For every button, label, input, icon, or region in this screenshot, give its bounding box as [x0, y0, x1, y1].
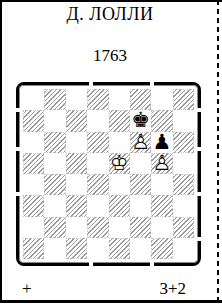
- square-a1[interactable]: [23, 238, 44, 259]
- square-d8[interactable]: [87, 89, 108, 110]
- square-e5[interactable]: ♚♔: [109, 153, 130, 174]
- square-g4[interactable]: [151, 174, 172, 195]
- square-d7[interactable]: [87, 110, 108, 131]
- border-notch: [150, 82, 154, 86]
- square-b2[interactable]: [44, 217, 65, 238]
- square-e1[interactable]: [109, 238, 130, 259]
- square-h1[interactable]: [173, 238, 194, 259]
- border-notch: [89, 262, 93, 266]
- border-notch: [16, 192, 20, 196]
- square-e7[interactable]: [109, 110, 130, 131]
- square-b3[interactable]: [44, 195, 65, 216]
- page-border-top: [0, 0, 222, 2]
- square-h2[interactable]: [173, 217, 194, 238]
- square-b7[interactable]: [44, 110, 65, 131]
- stipulation-white-wins: +: [22, 279, 32, 299]
- square-h8[interactable]: [173, 89, 194, 110]
- square-f5[interactable]: [130, 153, 151, 174]
- square-d4[interactable]: [87, 174, 108, 195]
- border-notch: [89, 82, 93, 86]
- square-d6[interactable]: [87, 132, 108, 153]
- square-c5[interactable]: [66, 153, 87, 174]
- border-notch: [197, 108, 201, 112]
- author-title: Д. ЛОЛЛИ: [0, 4, 220, 25]
- square-h7[interactable]: [173, 110, 194, 131]
- square-b6[interactable]: [44, 132, 65, 153]
- study-card: Д. ЛОЛЛИ 1763 ♚♟♙♟♚♔♟♙ + 3+2: [0, 0, 222, 305]
- square-h3[interactable]: [173, 195, 194, 216]
- piece-glyph: ♟: [153, 132, 172, 153]
- square-d5[interactable]: [87, 153, 108, 174]
- square-d2[interactable]: [87, 217, 108, 238]
- square-a8[interactable]: [23, 89, 44, 110]
- square-c8[interactable]: [66, 89, 87, 110]
- border-notch: [150, 262, 154, 266]
- square-e4[interactable]: [109, 174, 130, 195]
- square-f7[interactable]: ♚: [130, 110, 151, 131]
- square-g5[interactable]: ♟♙: [151, 153, 172, 174]
- square-f2[interactable]: [130, 217, 151, 238]
- square-g2[interactable]: [151, 217, 172, 238]
- piece-glyph: ♙: [153, 153, 172, 174]
- white-king[interactable]: ♚♔: [109, 153, 130, 174]
- white-pawn[interactable]: ♟♙: [130, 132, 151, 153]
- square-f8[interactable]: [130, 89, 151, 110]
- square-g8[interactable]: [151, 89, 172, 110]
- square-a6[interactable]: [23, 132, 44, 153]
- square-c2[interactable]: [66, 217, 87, 238]
- square-c4[interactable]: [66, 174, 87, 195]
- square-g6[interactable]: ♟: [151, 132, 172, 153]
- square-c3[interactable]: [66, 195, 87, 216]
- square-a4[interactable]: [23, 174, 44, 195]
- square-c6[interactable]: [66, 132, 87, 153]
- square-b1[interactable]: [44, 238, 65, 259]
- square-d1[interactable]: [87, 238, 108, 259]
- piece-glyph: ♙: [131, 132, 150, 153]
- square-d3[interactable]: [87, 195, 108, 216]
- square-c1[interactable]: [66, 238, 87, 259]
- border-notch: [197, 237, 201, 241]
- border-notch: [16, 108, 20, 112]
- border-notch: [197, 147, 201, 151]
- square-a2[interactable]: [23, 217, 44, 238]
- square-e6[interactable]: [109, 132, 130, 153]
- square-f4[interactable]: [130, 174, 151, 195]
- square-f6[interactable]: ♟♙: [130, 132, 151, 153]
- square-g7[interactable]: [151, 110, 172, 131]
- material-count: 3+2: [159, 279, 186, 299]
- square-b5[interactable]: [44, 153, 65, 174]
- square-e8[interactable]: [109, 89, 130, 110]
- black-pawn[interactable]: ♟: [151, 132, 172, 153]
- square-b8[interactable]: [44, 89, 65, 110]
- chessboard[interactable]: ♚♟♙♟♚♔♟♙: [16, 82, 201, 266]
- square-b4[interactable]: [44, 174, 65, 195]
- square-h6[interactable]: [173, 132, 194, 153]
- square-a7[interactable]: [23, 110, 44, 131]
- black-king[interactable]: ♚: [130, 110, 151, 131]
- piece-glyph: ♔: [110, 153, 129, 174]
- square-a3[interactable]: [23, 195, 44, 216]
- piece-glyph: ♚: [131, 110, 150, 131]
- square-f1[interactable]: [130, 238, 151, 259]
- square-h4[interactable]: [173, 174, 194, 195]
- square-g3[interactable]: [151, 195, 172, 216]
- white-pawn[interactable]: ♟♙: [151, 153, 172, 174]
- square-e2[interactable]: [109, 217, 130, 238]
- chessboard-grid: ♚♟♙♟♚♔♟♙: [23, 89, 194, 259]
- page-border-bottom: [0, 300, 222, 303]
- border-notch: [197, 192, 201, 196]
- square-a5[interactable]: [23, 153, 44, 174]
- square-g1[interactable]: [151, 238, 172, 259]
- square-f3[interactable]: [130, 195, 151, 216]
- square-c7[interactable]: [66, 110, 87, 131]
- square-h5[interactable]: [173, 153, 194, 174]
- chessboard-inner-frame: ♚♟♙♟♚♔♟♙: [19, 85, 198, 263]
- square-e3[interactable]: [109, 195, 130, 216]
- border-notch: [16, 147, 20, 151]
- study-year: 1763: [0, 46, 220, 66]
